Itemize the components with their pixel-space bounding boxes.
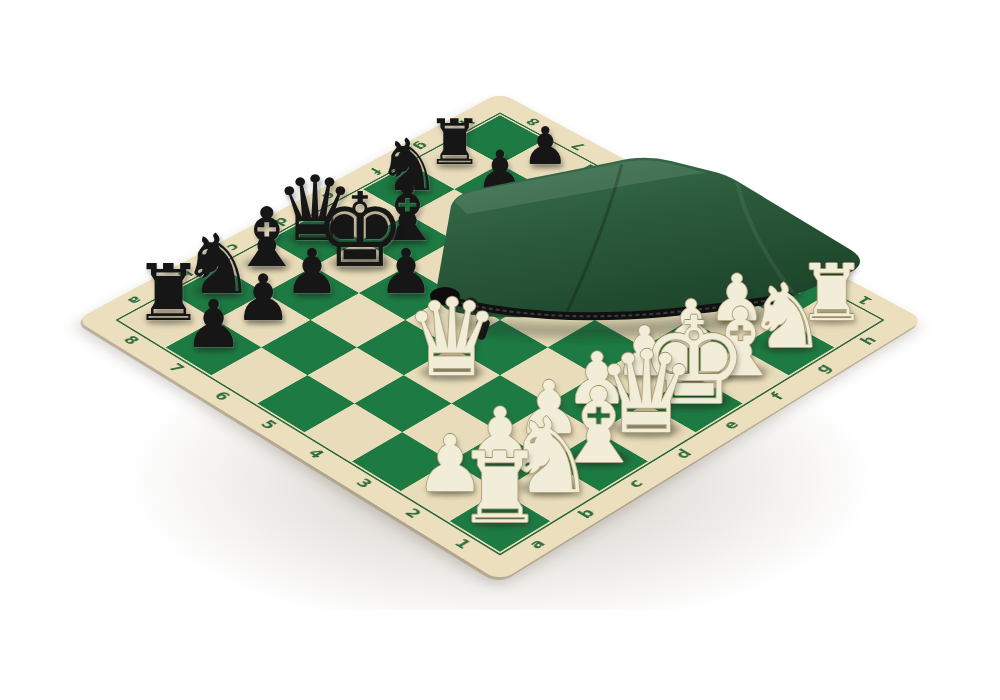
- black-pawn-c7[interactable]: ♟: [284, 241, 340, 303]
- white-rook-a1[interactable]: ♜: [456, 439, 544, 537]
- black-pawn-a7[interactable]: ♟: [184, 292, 243, 358]
- white-queen-c4[interactable]: ♛: [404, 285, 500, 392]
- product-photo-scene: 88hh77gg66ff55ee44dd33cc22bb11aa: [0, 0, 1000, 700]
- pieces-layer: ♜♞♝♛♚♝♞♜♟♟♟♟♟♟♜♞♝♛♚♝♞♜♟♟♟♟♟♟♟♟♛: [0, 0, 1000, 700]
